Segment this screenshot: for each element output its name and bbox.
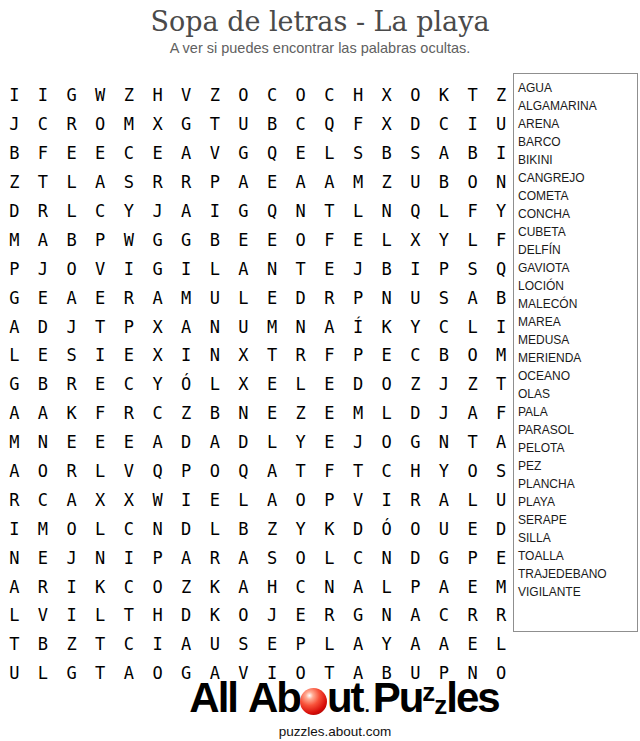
grid-cell[interactable]: J bbox=[258, 601, 287, 630]
grid-cell[interactable]: P bbox=[86, 225, 115, 254]
grid-cell[interactable]: I bbox=[115, 254, 144, 283]
grid-cell[interactable]: B bbox=[372, 254, 401, 283]
grid-cell[interactable]: C bbox=[286, 110, 315, 139]
grid-cell[interactable]: R bbox=[315, 283, 344, 312]
grid-cell[interactable]: A bbox=[258, 485, 287, 514]
grid-cell[interactable]: L bbox=[86, 457, 115, 486]
grid-cell[interactable]: I bbox=[143, 630, 172, 659]
grid-cell[interactable]: R bbox=[57, 110, 86, 139]
grid-cell[interactable]: M bbox=[487, 572, 516, 601]
grid-cell[interactable]: P bbox=[315, 485, 344, 514]
grid-cell[interactable]: A bbox=[172, 312, 201, 341]
grid-cell[interactable]: A bbox=[315, 168, 344, 197]
grid-cell[interactable]: L bbox=[430, 197, 459, 226]
grid-cell[interactable]: B bbox=[57, 225, 86, 254]
grid-cell[interactable]: E bbox=[86, 370, 115, 399]
grid-cell[interactable]: I bbox=[57, 601, 86, 630]
grid-cell[interactable]: Y bbox=[430, 225, 459, 254]
grid-cell[interactable]: G bbox=[430, 543, 459, 572]
grid-cell[interactable]: G bbox=[143, 225, 172, 254]
grid-cell[interactable]: E bbox=[258, 225, 287, 254]
grid-cell[interactable]: A bbox=[401, 630, 430, 659]
grid-cell[interactable]: T bbox=[458, 81, 487, 110]
grid-cell[interactable]: S bbox=[229, 630, 258, 659]
grid-cell[interactable]: D bbox=[0, 197, 29, 226]
grid-cell[interactable]: E bbox=[286, 139, 315, 168]
grid-cell[interactable]: Q bbox=[258, 197, 287, 226]
grid-cell[interactable]: W bbox=[143, 485, 172, 514]
grid-cell[interactable]: E bbox=[86, 139, 115, 168]
grid-cell[interactable]: R bbox=[57, 457, 86, 486]
grid-cell[interactable]: Z bbox=[200, 81, 229, 110]
grid-cell[interactable]: D bbox=[172, 428, 201, 457]
grid-cell[interactable]: E bbox=[86, 428, 115, 457]
grid-cell[interactable]: L bbox=[0, 601, 29, 630]
grid-cell[interactable]: L bbox=[0, 341, 29, 370]
grid-cell[interactable]: O bbox=[286, 225, 315, 254]
grid-cell[interactable]: O bbox=[229, 601, 258, 630]
grid-cell[interactable]: O bbox=[29, 457, 58, 486]
grid-cell[interactable]: E bbox=[115, 428, 144, 457]
grid-cell[interactable]: F bbox=[458, 197, 487, 226]
grid-cell[interactable]: C bbox=[430, 110, 459, 139]
grid-cell[interactable]: A bbox=[0, 399, 29, 428]
grid-cell[interactable]: R bbox=[315, 601, 344, 630]
grid-cell[interactable]: C bbox=[115, 572, 144, 601]
grid-cell[interactable]: B bbox=[487, 283, 516, 312]
grid-cell[interactable]: G bbox=[57, 81, 86, 110]
grid-cell[interactable]: P bbox=[286, 630, 315, 659]
grid-cell[interactable]: B bbox=[372, 139, 401, 168]
grid-cell[interactable]: A bbox=[229, 543, 258, 572]
grid-cell[interactable]: E bbox=[115, 341, 144, 370]
grid-cell[interactable]: M bbox=[29, 514, 58, 543]
grid-cell[interactable]: J bbox=[344, 254, 373, 283]
grid-cell[interactable]: C bbox=[430, 601, 459, 630]
grid-cell[interactable]: A bbox=[258, 457, 287, 486]
grid-cell[interactable]: L bbox=[372, 399, 401, 428]
grid-cell[interactable]: E bbox=[315, 254, 344, 283]
grid-cell[interactable]: E bbox=[29, 341, 58, 370]
grid-cell[interactable]: O bbox=[458, 341, 487, 370]
grid-cell[interactable]: M bbox=[344, 168, 373, 197]
grid-cell[interactable]: A bbox=[0, 457, 29, 486]
grid-cell[interactable]: E bbox=[258, 630, 287, 659]
grid-cell[interactable]: L bbox=[258, 428, 287, 457]
grid-cell[interactable]: A bbox=[57, 283, 86, 312]
grid-cell[interactable]: N bbox=[286, 312, 315, 341]
grid-cell[interactable]: B bbox=[229, 514, 258, 543]
grid-cell[interactable]: J bbox=[430, 399, 459, 428]
grid-cell[interactable]: L bbox=[315, 630, 344, 659]
grid-cell[interactable]: Y bbox=[372, 630, 401, 659]
grid-cell[interactable]: X bbox=[143, 110, 172, 139]
grid-cell[interactable]: D bbox=[401, 543, 430, 572]
grid-cell[interactable]: X bbox=[229, 341, 258, 370]
grid-cell[interactable]: S bbox=[57, 341, 86, 370]
grid-cell[interactable]: E bbox=[258, 168, 287, 197]
grid-cell[interactable]: F bbox=[315, 225, 344, 254]
grid-cell[interactable]: X bbox=[143, 341, 172, 370]
grid-cell[interactable]: A bbox=[487, 428, 516, 457]
grid-cell[interactable]: O bbox=[200, 457, 229, 486]
grid-cell[interactable]: F bbox=[487, 225, 516, 254]
grid-cell[interactable]: R bbox=[115, 399, 144, 428]
grid-cell[interactable]: L bbox=[229, 283, 258, 312]
grid-cell[interactable]: N bbox=[315, 572, 344, 601]
grid-cell[interactable]: Z bbox=[0, 168, 29, 197]
grid-cell[interactable]: K bbox=[200, 572, 229, 601]
grid-cell[interactable]: J bbox=[29, 254, 58, 283]
grid-cell[interactable]: X bbox=[143, 312, 172, 341]
grid-cell[interactable]: A bbox=[430, 485, 459, 514]
grid-cell[interactable]: N bbox=[372, 601, 401, 630]
grid-cell[interactable]: R bbox=[29, 197, 58, 226]
grid-cell[interactable]: P bbox=[344, 341, 373, 370]
grid-cell[interactable]: I bbox=[487, 139, 516, 168]
grid-cell[interactable]: L bbox=[372, 572, 401, 601]
grid-cell[interactable]: T bbox=[286, 254, 315, 283]
grid-cell[interactable]: K bbox=[57, 399, 86, 428]
grid-cell[interactable]: V bbox=[29, 601, 58, 630]
grid-cell[interactable]: C bbox=[115, 139, 144, 168]
grid-cell[interactable]: B bbox=[200, 225, 229, 254]
grid-cell[interactable]: L bbox=[86, 514, 115, 543]
grid-cell[interactable]: C bbox=[29, 110, 58, 139]
grid-cell[interactable]: N bbox=[258, 254, 287, 283]
grid-cell[interactable]: U bbox=[430, 514, 459, 543]
grid-cell[interactable]: D bbox=[172, 514, 201, 543]
grid-cell[interactable]: Q bbox=[315, 110, 344, 139]
grid-cell[interactable]: L bbox=[458, 485, 487, 514]
grid-cell[interactable]: O bbox=[372, 370, 401, 399]
grid-cell[interactable]: B bbox=[258, 110, 287, 139]
grid-cell[interactable]: Z bbox=[487, 81, 516, 110]
grid-cell[interactable]: A bbox=[143, 283, 172, 312]
grid-cell[interactable]: O bbox=[372, 428, 401, 457]
grid-cell[interactable]: D bbox=[401, 110, 430, 139]
grid-cell[interactable]: N bbox=[372, 543, 401, 572]
grid-cell[interactable]: R bbox=[458, 601, 487, 630]
grid-cell[interactable]: S bbox=[487, 457, 516, 486]
grid-cell[interactable]: I bbox=[458, 110, 487, 139]
grid-cell[interactable]: O bbox=[401, 81, 430, 110]
grid-cell[interactable]: X bbox=[372, 81, 401, 110]
grid-cell[interactable]: T bbox=[0, 630, 29, 659]
grid-cell[interactable]: L bbox=[458, 312, 487, 341]
grid-cell[interactable]: C bbox=[258, 81, 287, 110]
grid-cell[interactable]: E bbox=[315, 370, 344, 399]
grid-cell[interactable]: F bbox=[344, 110, 373, 139]
grid-cell[interactable]: A bbox=[229, 168, 258, 197]
grid-cell[interactable]: C bbox=[143, 399, 172, 428]
grid-cell[interactable]: Y bbox=[286, 514, 315, 543]
grid-cell[interactable]: P bbox=[344, 283, 373, 312]
grid-cell[interactable]: F bbox=[86, 399, 115, 428]
grid-cell[interactable]: T bbox=[258, 341, 287, 370]
grid-cell[interactable]: Y bbox=[286, 428, 315, 457]
grid-cell[interactable]: Ó bbox=[172, 370, 201, 399]
grid-cell[interactable]: M bbox=[172, 283, 201, 312]
grid-cell[interactable]: C bbox=[315, 81, 344, 110]
grid-cell[interactable]: T bbox=[487, 370, 516, 399]
grid-cell[interactable]: A bbox=[200, 428, 229, 457]
grid-cell[interactable]: I bbox=[487, 312, 516, 341]
grid-cell[interactable]: I bbox=[86, 341, 115, 370]
grid-cell[interactable]: M bbox=[0, 428, 29, 457]
grid-cell[interactable]: E bbox=[29, 543, 58, 572]
grid-cell[interactable]: T bbox=[200, 110, 229, 139]
grid-cell[interactable]: T bbox=[29, 168, 58, 197]
grid-cell[interactable]: U bbox=[401, 168, 430, 197]
grid-cell[interactable]: O bbox=[57, 254, 86, 283]
grid-cell[interactable]: I bbox=[115, 543, 144, 572]
grid-cell[interactable]: O bbox=[458, 457, 487, 486]
grid-cell[interactable]: S bbox=[115, 168, 144, 197]
grid-cell[interactable]: E bbox=[57, 428, 86, 457]
grid-cell[interactable]: L bbox=[57, 197, 86, 226]
grid-cell[interactable]: O bbox=[86, 110, 115, 139]
grid-cell[interactable]: C bbox=[115, 630, 144, 659]
grid-cell[interactable]: Y bbox=[115, 197, 144, 226]
grid-cell[interactable]: N bbox=[487, 168, 516, 197]
grid-cell[interactable]: R bbox=[401, 485, 430, 514]
grid-cell[interactable]: Q bbox=[401, 197, 430, 226]
grid-cell[interactable]: C bbox=[29, 485, 58, 514]
grid-cell[interactable]: M bbox=[115, 110, 144, 139]
grid-cell[interactable]: L bbox=[229, 485, 258, 514]
grid-cell[interactable]: Q bbox=[487, 254, 516, 283]
grid-cell[interactable]: N bbox=[200, 341, 229, 370]
grid-cell[interactable]: G bbox=[401, 428, 430, 457]
grid-cell[interactable]: L bbox=[200, 370, 229, 399]
grid-cell[interactable]: G bbox=[229, 139, 258, 168]
grid-cell[interactable]: Z bbox=[57, 630, 86, 659]
grid-cell[interactable]: V bbox=[344, 485, 373, 514]
grid-cell[interactable]: T bbox=[86, 630, 115, 659]
grid-cell[interactable]: N bbox=[229, 399, 258, 428]
grid-cell[interactable]: R bbox=[286, 341, 315, 370]
grid-cell[interactable]: L bbox=[286, 370, 315, 399]
grid-cell[interactable]: Ó bbox=[372, 514, 401, 543]
grid-cell[interactable]: Y bbox=[401, 312, 430, 341]
grid-cell[interactable]: Q bbox=[258, 139, 287, 168]
grid-cell[interactable]: A bbox=[286, 168, 315, 197]
grid-cell[interactable]: V bbox=[115, 457, 144, 486]
grid-cell[interactable]: A bbox=[172, 197, 201, 226]
grid-cell[interactable]: A bbox=[0, 572, 29, 601]
grid-cell[interactable]: M bbox=[344, 399, 373, 428]
grid-cell[interactable]: O bbox=[286, 485, 315, 514]
grid-cell[interactable]: E bbox=[258, 370, 287, 399]
grid-cell[interactable]: K bbox=[315, 514, 344, 543]
grid-cell[interactable]: L bbox=[200, 254, 229, 283]
grid-cell[interactable]: A bbox=[315, 312, 344, 341]
grid-cell[interactable]: E bbox=[286, 601, 315, 630]
grid-cell[interactable]: O bbox=[401, 514, 430, 543]
grid-cell[interactable]: B bbox=[430, 168, 459, 197]
grid-cell[interactable]: A bbox=[401, 601, 430, 630]
grid-cell[interactable]: E bbox=[344, 225, 373, 254]
grid-cell[interactable]: E bbox=[229, 225, 258, 254]
grid-cell[interactable]: U bbox=[229, 110, 258, 139]
grid-cell[interactable]: I bbox=[0, 514, 29, 543]
grid-cell[interactable]: I bbox=[57, 572, 86, 601]
grid-cell[interactable]: S bbox=[344, 139, 373, 168]
grid-cell[interactable]: I bbox=[0, 81, 29, 110]
grid-cell[interactable]: S bbox=[258, 543, 287, 572]
grid-cell[interactable]: O bbox=[458, 168, 487, 197]
grid-cell[interactable]: M bbox=[0, 225, 29, 254]
grid-cell[interactable]: B bbox=[29, 630, 58, 659]
grid-cell[interactable]: J bbox=[430, 370, 459, 399]
grid-cell[interactable]: D bbox=[229, 428, 258, 457]
grid-cell[interactable]: I bbox=[200, 197, 229, 226]
grid-cell[interactable]: K bbox=[200, 601, 229, 630]
grid-cell[interactable]: A bbox=[172, 139, 201, 168]
grid-cell[interactable]: C bbox=[372, 457, 401, 486]
grid-cell[interactable]: A bbox=[86, 168, 115, 197]
grid-cell[interactable]: N bbox=[372, 197, 401, 226]
grid-cell[interactable]: Q bbox=[229, 457, 258, 486]
grid-cell[interactable]: X bbox=[86, 485, 115, 514]
grid-cell[interactable]: U bbox=[487, 110, 516, 139]
grid-cell[interactable]: K bbox=[372, 312, 401, 341]
grid-cell[interactable]: E bbox=[458, 514, 487, 543]
grid-cell[interactable]: I bbox=[372, 485, 401, 514]
grid-cell[interactable]: C bbox=[430, 312, 459, 341]
grid-cell[interactable]: Q bbox=[143, 457, 172, 486]
grid-cell[interactable]: T bbox=[344, 457, 373, 486]
grid-cell[interactable]: I bbox=[172, 341, 201, 370]
grid-cell[interactable]: V bbox=[86, 254, 115, 283]
grid-cell[interactable]: E bbox=[143, 139, 172, 168]
grid-cell[interactable]: C bbox=[344, 543, 373, 572]
grid-cell[interactable]: E bbox=[458, 630, 487, 659]
grid-cell[interactable]: X bbox=[229, 370, 258, 399]
grid-cell[interactable]: T bbox=[286, 457, 315, 486]
grid-cell[interactable]: L bbox=[458, 225, 487, 254]
grid-cell[interactable]: R bbox=[0, 485, 29, 514]
grid-cell[interactable]: C bbox=[115, 514, 144, 543]
grid-cell[interactable]: R bbox=[172, 168, 201, 197]
grid-cell[interactable]: C bbox=[286, 572, 315, 601]
grid-cell[interactable]: C bbox=[115, 370, 144, 399]
grid-cell[interactable]: Z bbox=[115, 81, 144, 110]
grid-cell[interactable]: A bbox=[29, 399, 58, 428]
grid-cell[interactable]: W bbox=[115, 225, 144, 254]
grid-cell[interactable]: A bbox=[172, 543, 201, 572]
grid-cell[interactable]: G bbox=[229, 197, 258, 226]
grid-cell[interactable]: J bbox=[57, 312, 86, 341]
grid-cell[interactable]: Y bbox=[487, 197, 516, 226]
grid-cell[interactable]: C bbox=[86, 197, 115, 226]
grid-cell[interactable]: J bbox=[143, 197, 172, 226]
grid-cell[interactable]: X bbox=[401, 225, 430, 254]
grid-cell[interactable]: N bbox=[0, 543, 29, 572]
grid-cell[interactable]: L bbox=[315, 543, 344, 572]
grid-cell[interactable]: D bbox=[487, 514, 516, 543]
grid-cell[interactable]: U bbox=[200, 630, 229, 659]
grid-cell[interactable]: X bbox=[372, 110, 401, 139]
grid-cell[interactable]: N bbox=[372, 283, 401, 312]
grid-cell[interactable]: N bbox=[86, 543, 115, 572]
grid-cell[interactable]: D bbox=[172, 601, 201, 630]
grid-cell[interactable]: P bbox=[458, 543, 487, 572]
grid-cell[interactable]: E bbox=[200, 485, 229, 514]
grid-cell[interactable]: L bbox=[315, 139, 344, 168]
grid-cell[interactable]: F bbox=[315, 457, 344, 486]
grid-cell[interactable]: G bbox=[0, 283, 29, 312]
grid-cell[interactable]: S bbox=[430, 283, 459, 312]
grid-cell[interactable]: L bbox=[200, 514, 229, 543]
grid-cell[interactable]: O bbox=[229, 81, 258, 110]
grid-cell[interactable]: R bbox=[200, 543, 229, 572]
grid-cell[interactable]: D bbox=[401, 399, 430, 428]
grid-cell[interactable]: L bbox=[86, 601, 115, 630]
grid-cell[interactable]: A bbox=[143, 428, 172, 457]
grid-cell[interactable]: N bbox=[430, 428, 459, 457]
grid-cell[interactable]: A bbox=[57, 485, 86, 514]
grid-cell[interactable]: A bbox=[458, 399, 487, 428]
grid-cell[interactable]: D bbox=[29, 312, 58, 341]
grid-cell[interactable]: Z bbox=[401, 370, 430, 399]
grid-cell[interactable]: H bbox=[258, 572, 287, 601]
grid-cell[interactable]: K bbox=[430, 81, 459, 110]
grid-cell[interactable]: E bbox=[315, 399, 344, 428]
grid-cell[interactable]: O bbox=[57, 514, 86, 543]
grid-cell[interactable]: Y bbox=[143, 370, 172, 399]
grid-cell[interactable]: E bbox=[29, 283, 58, 312]
grid-cell[interactable]: R bbox=[487, 601, 516, 630]
grid-cell[interactable]: U bbox=[200, 283, 229, 312]
grid-cell[interactable]: R bbox=[57, 370, 86, 399]
grid-cell[interactable]: O bbox=[143, 572, 172, 601]
grid-cell[interactable]: A bbox=[229, 254, 258, 283]
grid-cell[interactable]: D bbox=[344, 514, 373, 543]
grid-cell[interactable]: I bbox=[172, 485, 201, 514]
grid-cell[interactable]: R bbox=[115, 283, 144, 312]
grid-cell[interactable]: H bbox=[143, 601, 172, 630]
grid-cell[interactable]: V bbox=[200, 139, 229, 168]
grid-cell[interactable]: Í bbox=[344, 312, 373, 341]
grid-cell[interactable]: B bbox=[200, 399, 229, 428]
grid-cell[interactable]: A bbox=[458, 283, 487, 312]
grid-cell[interactable]: I bbox=[401, 254, 430, 283]
grid-cell[interactable]: L bbox=[487, 630, 516, 659]
grid-cell[interactable]: L bbox=[372, 225, 401, 254]
grid-cell[interactable]: O bbox=[286, 543, 315, 572]
grid-cell[interactable]: E bbox=[315, 428, 344, 457]
grid-cell[interactable]: Z bbox=[458, 370, 487, 399]
grid-cell[interactable]: T bbox=[315, 197, 344, 226]
grid-cell[interactable]: G bbox=[172, 225, 201, 254]
grid-cell[interactable]: N bbox=[29, 428, 58, 457]
grid-cell[interactable]: Z bbox=[172, 399, 201, 428]
grid-cell[interactable]: V bbox=[172, 81, 201, 110]
grid-cell[interactable]: P bbox=[200, 168, 229, 197]
grid-cell[interactable]: E bbox=[86, 283, 115, 312]
grid-cell[interactable]: U bbox=[487, 485, 516, 514]
grid-cell[interactable]: K bbox=[86, 572, 115, 601]
grid-cell[interactable]: L bbox=[344, 197, 373, 226]
grid-cell[interactable]: A bbox=[430, 139, 459, 168]
grid-cell[interactable]: N bbox=[200, 312, 229, 341]
grid-cell[interactable]: G bbox=[344, 601, 373, 630]
grid-cell[interactable]: P bbox=[172, 457, 201, 486]
grid-cell[interactable]: R bbox=[29, 572, 58, 601]
grid-cell[interactable]: B bbox=[0, 139, 29, 168]
